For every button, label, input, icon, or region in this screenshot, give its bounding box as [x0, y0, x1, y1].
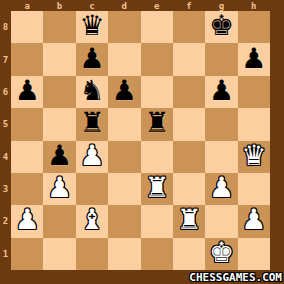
square-a5 [11, 108, 43, 140]
square-f4 [173, 141, 205, 173]
square-f6 [173, 76, 205, 108]
file-label-a: a [11, 0, 43, 11]
square-a4 [11, 141, 43, 173]
square-h2: ♟ [238, 205, 270, 237]
square-b2 [43, 205, 75, 237]
square-d6: ♟ [108, 76, 140, 108]
square-h3 [238, 173, 270, 205]
rank-label-6: 6 [0, 76, 11, 108]
piece-white-rook-e3: ♜ [144, 174, 169, 202]
piece-black-knight-c6: ♞ [79, 77, 104, 105]
chess-board: ♛♚♟♟♟♞♟♟♜♜♟♟♛♟♜♟♟♝♜♟♚ [11, 11, 270, 270]
square-e5: ♜ [141, 108, 173, 140]
piece-white-pawn-h2: ♟ [241, 206, 266, 234]
square-e6 [141, 76, 173, 108]
piece-black-pawn-d6: ♟ [112, 77, 137, 105]
square-f2: ♜ [173, 205, 205, 237]
square-c6: ♞ [76, 76, 108, 108]
piece-black-pawn-h7: ♟ [241, 45, 266, 73]
square-b4: ♟ [43, 141, 75, 173]
square-c1 [76, 238, 108, 270]
piece-white-rook-f2: ♜ [177, 206, 202, 234]
square-c2: ♝ [76, 205, 108, 237]
square-h8 [238, 11, 270, 43]
rank-label-4: 4 [0, 141, 11, 173]
square-d2 [108, 205, 140, 237]
square-f5 [173, 108, 205, 140]
square-a6: ♟ [11, 76, 43, 108]
piece-black-rook-e5: ♜ [144, 109, 169, 137]
square-h6 [238, 76, 270, 108]
square-a8 [11, 11, 43, 43]
piece-black-rook-c5: ♜ [79, 109, 104, 137]
square-f3 [173, 173, 205, 205]
square-f1 [173, 238, 205, 270]
piece-white-pawn-g3: ♟ [209, 174, 234, 202]
rank-label-2: 2 [0, 205, 11, 237]
file-label-f: f [173, 0, 205, 11]
chess-diagram: ♛♚♟♟♟♞♟♟♜♜♟♟♛♟♜♟♟♝♜♟♚ abcdefgh87654321 C… [0, 0, 284, 284]
square-d7 [108, 43, 140, 75]
piece-white-queen-h4: ♛ [241, 142, 266, 170]
square-g1: ♚ [205, 238, 237, 270]
rank-label-7: 7 [0, 43, 11, 75]
square-a2: ♟ [11, 205, 43, 237]
square-b7 [43, 43, 75, 75]
square-d4 [108, 141, 140, 173]
square-b5 [43, 108, 75, 140]
square-c3 [76, 173, 108, 205]
square-e7 [141, 43, 173, 75]
square-d8 [108, 11, 140, 43]
square-g5 [205, 108, 237, 140]
square-f7 [173, 43, 205, 75]
square-a3 [11, 173, 43, 205]
piece-black-pawn-g6: ♟ [209, 77, 234, 105]
file-label-h: h [238, 0, 270, 11]
square-e3: ♜ [141, 173, 173, 205]
square-b6 [43, 76, 75, 108]
square-g4 [205, 141, 237, 173]
square-d3 [108, 173, 140, 205]
square-d1 [108, 238, 140, 270]
piece-black-king-g8: ♚ [209, 12, 234, 40]
square-b8 [43, 11, 75, 43]
file-label-c: c [76, 0, 108, 11]
square-e1 [141, 238, 173, 270]
square-c4: ♟ [76, 141, 108, 173]
square-e4 [141, 141, 173, 173]
square-h4: ♛ [238, 141, 270, 173]
square-b1 [43, 238, 75, 270]
square-g3: ♟ [205, 173, 237, 205]
piece-white-pawn-a2: ♟ [15, 206, 40, 234]
file-label-b: b [43, 0, 75, 11]
piece-black-queen-c8: ♛ [79, 12, 104, 40]
rank-label-1: 1 [0, 238, 11, 270]
piece-black-pawn-a6: ♟ [15, 77, 40, 105]
square-e8 [141, 11, 173, 43]
square-e2 [141, 205, 173, 237]
piece-white-pawn-c4: ♟ [79, 142, 104, 170]
square-g2 [205, 205, 237, 237]
file-label-e: e [141, 0, 173, 11]
square-h5 [238, 108, 270, 140]
square-c7: ♟ [76, 43, 108, 75]
square-d5 [108, 108, 140, 140]
rank-label-3: 3 [0, 173, 11, 205]
square-a7 [11, 43, 43, 75]
square-b3: ♟ [43, 173, 75, 205]
file-label-g: g [205, 0, 237, 11]
square-g7 [205, 43, 237, 75]
square-h7: ♟ [238, 43, 270, 75]
square-a1 [11, 238, 43, 270]
piece-white-king-g1: ♚ [209, 239, 234, 267]
rank-label-5: 5 [0, 108, 11, 140]
file-label-d: d [108, 0, 140, 11]
rank-label-8: 8 [0, 11, 11, 43]
chessgames-wordmark: CHESSGAMES.COM [189, 271, 282, 284]
square-c5: ♜ [76, 108, 108, 140]
piece-white-pawn-b3: ♟ [47, 174, 72, 202]
square-g8: ♚ [205, 11, 237, 43]
square-h1 [238, 238, 270, 270]
piece-black-pawn-b4: ♟ [47, 142, 72, 170]
piece-white-bishop-c2: ♝ [79, 206, 104, 234]
piece-black-pawn-c7: ♟ [79, 45, 104, 73]
square-g6: ♟ [205, 76, 237, 108]
square-c8: ♛ [76, 11, 108, 43]
square-f8 [173, 11, 205, 43]
